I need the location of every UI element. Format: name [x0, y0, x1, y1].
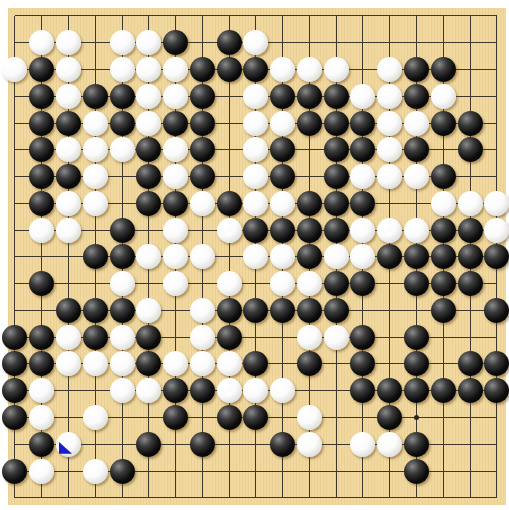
- intersection-r11-c0[interactable]: [2, 297, 29, 324]
- intersection-r17-c12[interactable]: [323, 458, 350, 485]
- white-stone[interactable]: [431, 191, 456, 216]
- intersection-r13-c9[interactable]: [243, 351, 270, 378]
- intersection-r17-c10[interactable]: [269, 458, 296, 485]
- intersection-r17-c7[interactable]: [189, 458, 216, 485]
- black-stone[interactable]: [377, 378, 402, 403]
- intersection-r10-c18[interactable]: [483, 270, 509, 297]
- intersection-r5-c2[interactable]: [55, 136, 82, 163]
- intersection-r5-c10[interactable]: [269, 136, 296, 163]
- intersection-r9-c10[interactable]: [269, 244, 296, 271]
- intersection-r13-c14[interactable]: [376, 351, 403, 378]
- intersection-r10-c2[interactable]: [55, 270, 82, 297]
- white-stone[interactable]: [29, 378, 54, 403]
- black-stone[interactable]: [484, 298, 509, 323]
- white-stone[interactable]: [270, 57, 295, 82]
- black-stone[interactable]: [431, 378, 456, 403]
- intersection-r0-c11[interactable]: [296, 3, 323, 30]
- black-stone[interactable]: [2, 405, 27, 430]
- intersection-r16-c9[interactable]: [243, 431, 270, 458]
- black-stone[interactable]: [431, 57, 456, 82]
- intersection-r9-c12[interactable]: [323, 244, 350, 271]
- intersection-r10-c1[interactable]: [28, 270, 55, 297]
- white-stone[interactable]: [350, 218, 375, 243]
- intersection-r14-c0[interactable]: [2, 377, 29, 404]
- black-stone[interactable]: [136, 137, 161, 162]
- intersection-r16-c16[interactable]: [430, 431, 457, 458]
- intersection-r9-c16[interactable]: [430, 244, 457, 271]
- intersection-r4-c14[interactable]: [376, 110, 403, 137]
- intersection-r13-c10[interactable]: [269, 351, 296, 378]
- white-stone[interactable]: [163, 271, 188, 296]
- intersection-r17-c13[interactable]: [350, 458, 377, 485]
- intersection-r1-c6[interactable]: [162, 29, 189, 56]
- white-stone[interactable]: [377, 432, 402, 457]
- black-stone[interactable]: [404, 378, 429, 403]
- white-stone[interactable]: [29, 218, 54, 243]
- intersection-r0-c1[interactable]: [28, 3, 55, 30]
- intersection-r5-c9[interactable]: [243, 136, 270, 163]
- intersection-r14-c3[interactable]: [82, 377, 109, 404]
- intersection-r0-c15[interactable]: [403, 3, 430, 30]
- black-stone[interactable]: [243, 298, 268, 323]
- black-stone[interactable]: [163, 191, 188, 216]
- intersection-r12-c9[interactable]: [243, 324, 270, 351]
- black-stone[interactable]: [377, 405, 402, 430]
- intersection-r4-c15[interactable]: [403, 110, 430, 137]
- intersection-r8-c14[interactable]: [376, 217, 403, 244]
- intersection-r0-c8[interactable]: [216, 3, 243, 30]
- intersection-r14-c17[interactable]: [457, 377, 484, 404]
- white-stone[interactable]: [29, 459, 54, 484]
- intersection-r1-c3[interactable]: [82, 29, 109, 56]
- intersection-r2-c15[interactable]: [403, 56, 430, 83]
- black-stone[interactable]: [217, 405, 242, 430]
- intersection-r18-c14[interactable]: [376, 484, 403, 510]
- white-stone[interactable]: [297, 325, 322, 350]
- white-stone[interactable]: [83, 459, 108, 484]
- intersection-r16-c2[interactable]: [55, 431, 82, 458]
- intersection-r18-c12[interactable]: [323, 484, 350, 510]
- intersection-r9-c11[interactable]: [296, 244, 323, 271]
- black-stone[interactable]: [190, 164, 215, 189]
- intersection-r14-c6[interactable]: [162, 377, 189, 404]
- intersection-r10-c13[interactable]: [350, 270, 377, 297]
- intersection-r4-c13[interactable]: [350, 110, 377, 137]
- intersection-r10-c16[interactable]: [430, 270, 457, 297]
- intersection-r1-c18[interactable]: [483, 29, 509, 56]
- black-stone[interactable]: [29, 191, 54, 216]
- intersection-r15-c11[interactable]: [296, 404, 323, 431]
- intersection-r1-c17[interactable]: [457, 29, 484, 56]
- black-stone[interactable]: [83, 84, 108, 109]
- intersection-r11-c16[interactable]: [430, 297, 457, 324]
- intersection-r6-c5[interactable]: [135, 163, 162, 190]
- intersection-r5-c12[interactable]: [323, 136, 350, 163]
- intersection-r10-c0[interactable]: [2, 270, 29, 297]
- white-stone[interactable]: [56, 137, 81, 162]
- intersection-r16-c15[interactable]: [403, 431, 430, 458]
- intersection-r6-c2[interactable]: [55, 163, 82, 190]
- intersection-r5-c1[interactable]: [28, 136, 55, 163]
- intersection-r4-c2[interactable]: [55, 110, 82, 137]
- black-stone[interactable]: [404, 351, 429, 376]
- black-stone[interactable]: [431, 111, 456, 136]
- intersection-r5-c0[interactable]: [2, 136, 29, 163]
- intersection-r14-c7[interactable]: [189, 377, 216, 404]
- black-stone[interactable]: [29, 271, 54, 296]
- intersection-r1-c8[interactable]: [216, 29, 243, 56]
- intersection-r10-c10[interactable]: [269, 270, 296, 297]
- black-stone[interactable]: [29, 137, 54, 162]
- intersection-r16-c6[interactable]: [162, 431, 189, 458]
- intersection-r5-c14[interactable]: [376, 136, 403, 163]
- intersection-r18-c5[interactable]: [135, 484, 162, 510]
- black-stone[interactable]: [350, 137, 375, 162]
- white-stone[interactable]: [297, 271, 322, 296]
- black-stone[interactable]: [136, 432, 161, 457]
- intersection-r7-c8[interactable]: [216, 190, 243, 217]
- intersection-r14-c18[interactable]: [483, 377, 509, 404]
- intersection-r18-c15[interactable]: [403, 484, 430, 510]
- intersection-r17-c18[interactable]: [483, 458, 509, 485]
- intersection-r9-c13[interactable]: [350, 244, 377, 271]
- white-stone[interactable]: [83, 351, 108, 376]
- black-stone[interactable]: [458, 271, 483, 296]
- black-stone[interactable]: [458, 137, 483, 162]
- intersection-r8-c18[interactable]: [483, 217, 509, 244]
- intersection-r14-c13[interactable]: [350, 377, 377, 404]
- black-stone[interactable]: [404, 459, 429, 484]
- intersection-r4-c8[interactable]: [216, 110, 243, 137]
- black-stone[interactable]: [217, 30, 242, 55]
- black-stone[interactable]: [297, 191, 322, 216]
- intersection-r15-c4[interactable]: [109, 404, 136, 431]
- intersection-r13-c17[interactable]: [457, 351, 484, 378]
- white-stone[interactable]: [297, 432, 322, 457]
- intersection-r3-c14[interactable]: [376, 83, 403, 110]
- intersection-r5-c8[interactable]: [216, 136, 243, 163]
- intersection-r5-c7[interactable]: [189, 136, 216, 163]
- intersection-r11-c5[interactable]: [135, 297, 162, 324]
- black-stone[interactable]: [56, 164, 81, 189]
- intersection-r5-c5[interactable]: [135, 136, 162, 163]
- black-stone[interactable]: [297, 351, 322, 376]
- intersection-r15-c1[interactable]: [28, 404, 55, 431]
- black-stone[interactable]: [243, 351, 268, 376]
- black-stone[interactable]: [190, 57, 215, 82]
- intersection-r2-c10[interactable]: [269, 56, 296, 83]
- intersection-r12-c1[interactable]: [28, 324, 55, 351]
- intersection-r12-c7[interactable]: [189, 324, 216, 351]
- black-stone[interactable]: [458, 218, 483, 243]
- intersection-r2-c11[interactable]: [296, 56, 323, 83]
- white-stone[interactable]: [217, 218, 242, 243]
- white-stone[interactable]: [190, 298, 215, 323]
- intersection-r7-c10[interactable]: [269, 190, 296, 217]
- intersection-r7-c2[interactable]: [55, 190, 82, 217]
- intersection-r8-c9[interactable]: [243, 217, 270, 244]
- black-stone[interactable]: [190, 84, 215, 109]
- white-stone[interactable]: [377, 111, 402, 136]
- black-stone[interactable]: [324, 271, 349, 296]
- intersection-r1-c1[interactable]: [28, 29, 55, 56]
- intersection-r15-c18[interactable]: [483, 404, 509, 431]
- intersection-r3-c11[interactable]: [296, 83, 323, 110]
- intersection-r1-c12[interactable]: [323, 29, 350, 56]
- white-stone[interactable]: [110, 57, 135, 82]
- intersection-r17-c16[interactable]: [430, 458, 457, 485]
- intersection-r16-c0[interactable]: [2, 431, 29, 458]
- intersection-r16-c17[interactable]: [457, 431, 484, 458]
- intersection-r3-c8[interactable]: [216, 83, 243, 110]
- black-stone[interactable]: [324, 84, 349, 109]
- intersection-r10-c7[interactable]: [189, 270, 216, 297]
- intersection-r16-c18[interactable]: [483, 431, 509, 458]
- intersection-r9-c17[interactable]: [457, 244, 484, 271]
- intersection-r15-c8[interactable]: [216, 404, 243, 431]
- intersection-r18-c11[interactable]: [296, 484, 323, 510]
- intersection-r6-c14[interactable]: [376, 163, 403, 190]
- intersection-r12-c15[interactable]: [403, 324, 430, 351]
- white-stone[interactable]: [404, 164, 429, 189]
- intersection-r8-c4[interactable]: [109, 217, 136, 244]
- black-stone[interactable]: [458, 111, 483, 136]
- black-stone[interactable]: [350, 325, 375, 350]
- black-stone[interactable]: [404, 271, 429, 296]
- intersection-r3-c2[interactable]: [55, 83, 82, 110]
- white-stone[interactable]: [243, 191, 268, 216]
- intersection-r12-c2[interactable]: [55, 324, 82, 351]
- intersection-r12-c17[interactable]: [457, 324, 484, 351]
- intersection-r7-c12[interactable]: [323, 190, 350, 217]
- intersection-r6-c16[interactable]: [430, 163, 457, 190]
- white-stone[interactable]: [110, 137, 135, 162]
- black-stone[interactable]: [324, 137, 349, 162]
- intersection-r0-c2[interactable]: [55, 3, 82, 30]
- intersection-r7-c14[interactable]: [376, 190, 403, 217]
- intersection-r12-c18[interactable]: [483, 324, 509, 351]
- black-stone[interactable]: [2, 459, 27, 484]
- intersection-r5-c11[interactable]: [296, 136, 323, 163]
- intersection-r10-c6[interactable]: [162, 270, 189, 297]
- intersection-r15-c3[interactable]: [82, 404, 109, 431]
- intersection-r18-c0[interactable]: [2, 484, 29, 510]
- intersection-r4-c11[interactable]: [296, 110, 323, 137]
- intersection-r18-c8[interactable]: [216, 484, 243, 510]
- intersection-r9-c1[interactable]: [28, 244, 55, 271]
- intersection-r2-c16[interactable]: [430, 56, 457, 83]
- intersection-r18-c3[interactable]: [82, 484, 109, 510]
- black-stone[interactable]: [458, 244, 483, 269]
- intersection-r18-c1[interactable]: [28, 484, 55, 510]
- intersection-r5-c13[interactable]: [350, 136, 377, 163]
- intersection-r8-c3[interactable]: [82, 217, 109, 244]
- intersection-r11-c1[interactable]: [28, 297, 55, 324]
- white-stone[interactable]: [377, 84, 402, 109]
- intersection-r15-c0[interactable]: [2, 404, 29, 431]
- intersection-r0-c12[interactable]: [323, 3, 350, 30]
- intersection-r5-c16[interactable]: [430, 136, 457, 163]
- intersection-r11-c9[interactable]: [243, 297, 270, 324]
- white-stone[interactable]: [163, 57, 188, 82]
- black-stone[interactable]: [110, 84, 135, 109]
- intersection-r11-c3[interactable]: [82, 297, 109, 324]
- intersection-r14-c8[interactable]: [216, 377, 243, 404]
- intersection-r1-c15[interactable]: [403, 29, 430, 56]
- black-stone[interactable]: [324, 164, 349, 189]
- intersection-r16-c3[interactable]: [82, 431, 109, 458]
- intersection-r13-c6[interactable]: [162, 351, 189, 378]
- white-stone[interactable]: [29, 30, 54, 55]
- intersection-r15-c6[interactable]: [162, 404, 189, 431]
- intersection-r3-c5[interactable]: [135, 83, 162, 110]
- white-stone[interactable]: [56, 191, 81, 216]
- white-stone[interactable]: [190, 351, 215, 376]
- black-stone[interactable]: [190, 111, 215, 136]
- intersection-r9-c18[interactable]: [483, 244, 509, 271]
- white-stone[interactable]: [56, 351, 81, 376]
- intersection-r7-c0[interactable]: [2, 190, 29, 217]
- intersection-r4-c10[interactable]: [269, 110, 296, 137]
- intersection-r3-c9[interactable]: [243, 83, 270, 110]
- intersection-r11-c18[interactable]: [483, 297, 509, 324]
- intersection-r17-c8[interactable]: [216, 458, 243, 485]
- white-stone[interactable]: [324, 325, 349, 350]
- white-stone[interactable]: [163, 84, 188, 109]
- white-stone[interactable]: [324, 244, 349, 269]
- intersection-r8-c12[interactable]: [323, 217, 350, 244]
- intersection-r4-c0[interactable]: [2, 110, 29, 137]
- white-stone[interactable]: [136, 378, 161, 403]
- intersection-r0-c17[interactable]: [457, 3, 484, 30]
- intersection-r7-c6[interactable]: [162, 190, 189, 217]
- white-stone[interactable]: [217, 378, 242, 403]
- intersection-r9-c15[interactable]: [403, 244, 430, 271]
- white-stone[interactable]: [377, 137, 402, 162]
- black-stone[interactable]: [431, 298, 456, 323]
- white-stone[interactable]: [163, 351, 188, 376]
- intersection-r2-c18[interactable]: [483, 56, 509, 83]
- black-stone[interactable]: [190, 137, 215, 162]
- white-stone[interactable]: [350, 84, 375, 109]
- intersection-r5-c6[interactable]: [162, 136, 189, 163]
- intersection-r6-c6[interactable]: [162, 163, 189, 190]
- intersection-r14-c1[interactable]: [28, 377, 55, 404]
- intersection-r5-c18[interactable]: [483, 136, 509, 163]
- white-stone[interactable]: [243, 244, 268, 269]
- white-stone[interactable]: [136, 30, 161, 55]
- black-stone[interactable]: [297, 111, 322, 136]
- white-stone[interactable]: [136, 111, 161, 136]
- intersection-r9-c2[interactable]: [55, 244, 82, 271]
- intersection-r1-c16[interactable]: [430, 29, 457, 56]
- intersection-r3-c13[interactable]: [350, 83, 377, 110]
- white-stone[interactable]: [324, 57, 349, 82]
- intersection-r9-c6[interactable]: [162, 244, 189, 271]
- intersection-r3-c17[interactable]: [457, 83, 484, 110]
- black-stone[interactable]: [297, 218, 322, 243]
- intersection-r3-c12[interactable]: [323, 83, 350, 110]
- black-stone[interactable]: [458, 351, 483, 376]
- intersection-r12-c5[interactable]: [135, 324, 162, 351]
- intersection-r8-c0[interactable]: [2, 217, 29, 244]
- black-stone[interactable]: [350, 191, 375, 216]
- intersection-r10-c5[interactable]: [135, 270, 162, 297]
- black-stone[interactable]: [404, 84, 429, 109]
- black-stone[interactable]: [270, 137, 295, 162]
- intersection-r18-c6[interactable]: [162, 484, 189, 510]
- black-stone[interactable]: [136, 164, 161, 189]
- intersection-r2-c6[interactable]: [162, 56, 189, 83]
- intersection-r4-c1[interactable]: [28, 110, 55, 137]
- intersection-r4-c5[interactable]: [135, 110, 162, 137]
- white-stone[interactable]: [136, 84, 161, 109]
- intersection-r4-c16[interactable]: [430, 110, 457, 137]
- intersection-r10-c3[interactable]: [82, 270, 109, 297]
- intersection-r11-c6[interactable]: [162, 297, 189, 324]
- intersection-r3-c3[interactable]: [82, 83, 109, 110]
- black-stone[interactable]: [29, 84, 54, 109]
- intersection-r8-c10[interactable]: [269, 217, 296, 244]
- intersection-r2-c3[interactable]: [82, 56, 109, 83]
- intersection-r13-c12[interactable]: [323, 351, 350, 378]
- black-stone[interactable]: [163, 30, 188, 55]
- intersection-r3-c15[interactable]: [403, 83, 430, 110]
- intersection-r13-c8[interactable]: [216, 351, 243, 378]
- black-stone[interactable]: [29, 351, 54, 376]
- intersection-r17-c2[interactable]: [55, 458, 82, 485]
- intersection-r1-c9[interactable]: [243, 29, 270, 56]
- intersection-r2-c2[interactable]: [55, 56, 82, 83]
- intersection-r12-c4[interactable]: [109, 324, 136, 351]
- intersection-r11-c11[interactable]: [296, 297, 323, 324]
- white-stone[interactable]: [270, 111, 295, 136]
- intersection-r16-c7[interactable]: [189, 431, 216, 458]
- intersection-r3-c16[interactable]: [430, 83, 457, 110]
- intersection-r12-c8[interactable]: [216, 324, 243, 351]
- white-stone[interactable]: [56, 84, 81, 109]
- white-stone[interactable]: [163, 137, 188, 162]
- black-stone[interactable]: [404, 432, 429, 457]
- black-stone[interactable]: [431, 271, 456, 296]
- black-stone[interactable]: [324, 111, 349, 136]
- white-stone[interactable]: [190, 325, 215, 350]
- intersection-r3-c4[interactable]: [109, 83, 136, 110]
- white-stone[interactable]: [350, 164, 375, 189]
- intersection-r7-c5[interactable]: [135, 190, 162, 217]
- intersection-r9-c3[interactable]: [82, 244, 109, 271]
- intersection-r2-c8[interactable]: [216, 56, 243, 83]
- intersection-r18-c17[interactable]: [457, 484, 484, 510]
- white-stone[interactable]: [56, 325, 81, 350]
- black-stone[interactable]: [270, 432, 295, 457]
- black-stone[interactable]: [350, 271, 375, 296]
- black-stone[interactable]: [2, 351, 27, 376]
- intersection-r11-c13[interactable]: [350, 297, 377, 324]
- black-stone[interactable]: [243, 57, 268, 82]
- black-stone[interactable]: [83, 325, 108, 350]
- black-stone[interactable]: [83, 244, 108, 269]
- black-stone[interactable]: [270, 218, 295, 243]
- white-stone[interactable]: [377, 218, 402, 243]
- black-stone[interactable]: [270, 84, 295, 109]
- intersection-r5-c3[interactable]: [82, 136, 109, 163]
- intersection-r2-c17[interactable]: [457, 56, 484, 83]
- intersection-r3-c7[interactable]: [189, 83, 216, 110]
- intersection-r15-c9[interactable]: [243, 404, 270, 431]
- intersection-r7-c13[interactable]: [350, 190, 377, 217]
- intersection-r13-c4[interactable]: [109, 351, 136, 378]
